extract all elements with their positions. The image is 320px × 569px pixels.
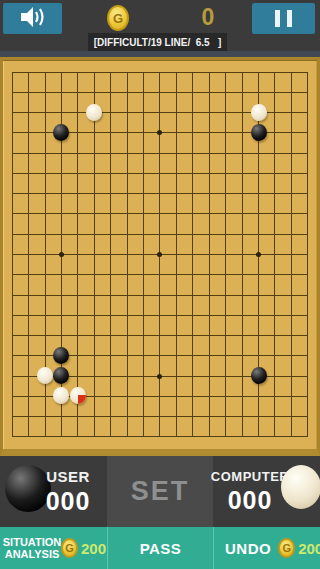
board-point-H5[interactable] (119, 346, 135, 366)
board-point-R12[interactable] (267, 204, 283, 224)
board-point-Q15[interactable] (250, 143, 266, 163)
board-point-E11[interactable] (70, 224, 86, 244)
board-point-Q7[interactable] (250, 305, 266, 325)
board-point-C13[interactable] (37, 184, 53, 204)
board-point-K19[interactable] (152, 62, 168, 82)
board-point-K1[interactable] (152, 427, 168, 447)
board-point-G18[interactable] (103, 82, 119, 102)
board-point-D3[interactable] (53, 386, 69, 406)
board-point-T7[interactable] (300, 305, 316, 325)
board-point-H7[interactable] (119, 305, 135, 325)
board-point-E6[interactable] (70, 325, 86, 345)
board-point-M8[interactable] (185, 285, 201, 305)
sound-button[interactable] (3, 3, 62, 34)
board-point-O6[interactable] (217, 325, 233, 345)
board-point-N15[interactable] (201, 143, 217, 163)
board-point-O11[interactable] (217, 224, 233, 244)
board-point-G13[interactable] (103, 184, 119, 204)
board-point-J12[interactable] (135, 204, 151, 224)
board-point-H8[interactable] (119, 285, 135, 305)
board-point-K5[interactable] (152, 346, 168, 366)
board-point-K3[interactable] (152, 386, 168, 406)
board-point-Q6[interactable] (250, 325, 266, 345)
board-point-A11[interactable] (4, 224, 20, 244)
board-point-H9[interactable] (119, 265, 135, 285)
board-point-E1[interactable] (70, 427, 86, 447)
board-point-L12[interactable] (168, 204, 184, 224)
board-point-G9[interactable] (103, 265, 119, 285)
board-point-S2[interactable] (283, 406, 299, 426)
board-point-M4[interactable] (185, 366, 201, 386)
board-point-L14[interactable] (168, 163, 184, 183)
board-point-K9[interactable] (152, 265, 168, 285)
board-point-N11[interactable] (201, 224, 217, 244)
board-point-D17[interactable] (53, 103, 69, 123)
board-point-E12[interactable] (70, 204, 86, 224)
board-point-A10[interactable] (4, 244, 20, 264)
set-button[interactable]: SET (107, 456, 213, 527)
board-point-E15[interactable] (70, 143, 86, 163)
board-point-F6[interactable] (86, 325, 102, 345)
board-point-J14[interactable] (135, 163, 151, 183)
board-point-L19[interactable] (168, 62, 184, 82)
board-point-T5[interactable] (300, 346, 316, 366)
board-point-F14[interactable] (86, 163, 102, 183)
board-point-N18[interactable] (201, 82, 217, 102)
board-point-M7[interactable] (185, 305, 201, 325)
board-point-B14[interactable] (20, 163, 36, 183)
board-point-Q11[interactable] (250, 224, 266, 244)
board-point-K4[interactable] (152, 366, 168, 386)
board-point-E9[interactable] (70, 265, 86, 285)
board-point-E7[interactable] (70, 305, 86, 325)
board-point-M19[interactable] (185, 62, 201, 82)
board-point-J8[interactable] (135, 285, 151, 305)
board-point-R7[interactable] (267, 305, 283, 325)
board-point-K7[interactable] (152, 305, 168, 325)
board-point-A9[interactable] (4, 265, 20, 285)
board-point-D6[interactable] (53, 325, 69, 345)
board-point-B6[interactable] (20, 325, 36, 345)
board-point-F1[interactable] (86, 427, 102, 447)
board-point-J16[interactable] (135, 123, 151, 143)
board-point-P2[interactable] (234, 406, 250, 426)
board-point-J19[interactable] (135, 62, 151, 82)
board-point-B13[interactable] (20, 184, 36, 204)
board-point-L10[interactable] (168, 244, 184, 264)
board-point-F11[interactable] (86, 224, 102, 244)
board-point-B10[interactable] (20, 244, 36, 264)
board-point-B7[interactable] (20, 305, 36, 325)
board-point-C7[interactable] (37, 305, 53, 325)
board-point-A6[interactable] (4, 325, 20, 345)
board-point-H4[interactable] (119, 366, 135, 386)
board-point-M17[interactable] (185, 103, 201, 123)
board-point-B8[interactable] (20, 285, 36, 305)
board-point-E16[interactable] (70, 123, 86, 143)
board-point-F7[interactable] (86, 305, 102, 325)
board-point-R8[interactable] (267, 285, 283, 305)
board-point-S12[interactable] (283, 204, 299, 224)
board-point-A18[interactable] (4, 82, 20, 102)
board-point-F5[interactable] (86, 346, 102, 366)
board-point-F19[interactable] (86, 62, 102, 82)
board-point-Q9[interactable] (250, 265, 266, 285)
board-point-L16[interactable] (168, 123, 184, 143)
board-point-B2[interactable] (20, 406, 36, 426)
board-point-A14[interactable] (4, 163, 20, 183)
board-point-N6[interactable] (201, 325, 217, 345)
board-point-H12[interactable] (119, 204, 135, 224)
board-point-H19[interactable] (119, 62, 135, 82)
board-point-G6[interactable] (103, 325, 119, 345)
board-point-P9[interactable] (234, 265, 250, 285)
board-point-C3[interactable] (37, 386, 53, 406)
board-point-O5[interactable] (217, 346, 233, 366)
board-point-P10[interactable] (234, 244, 250, 264)
board-point-S14[interactable] (283, 163, 299, 183)
board-point-P7[interactable] (234, 305, 250, 325)
board-point-N17[interactable] (201, 103, 217, 123)
board-point-G12[interactable] (103, 204, 119, 224)
board-point-Q4[interactable] (250, 366, 266, 386)
board-point-T2[interactable] (300, 406, 316, 426)
board-point-D1[interactable] (53, 427, 69, 447)
board-point-M16[interactable] (185, 123, 201, 143)
board-point-T15[interactable] (300, 143, 316, 163)
board-point-M12[interactable] (185, 204, 201, 224)
board-point-S18[interactable] (283, 82, 299, 102)
board-point-D14[interactable] (53, 163, 69, 183)
board-point-M10[interactable] (185, 244, 201, 264)
board-point-J3[interactable] (135, 386, 151, 406)
board-point-L2[interactable] (168, 406, 184, 426)
board-point-F8[interactable] (86, 285, 102, 305)
board-point-O3[interactable] (217, 386, 233, 406)
board-point-D12[interactable] (53, 204, 69, 224)
board-point-B17[interactable] (20, 103, 36, 123)
board-point-M3[interactable] (185, 386, 201, 406)
board-point-R5[interactable] (267, 346, 283, 366)
board-point-T9[interactable] (300, 265, 316, 285)
board-point-M6[interactable] (185, 325, 201, 345)
board-point-Q1[interactable] (250, 427, 266, 447)
board-point-L6[interactable] (168, 325, 184, 345)
board-point-P16[interactable] (234, 123, 250, 143)
board-point-M13[interactable] (185, 184, 201, 204)
board-point-F12[interactable] (86, 204, 102, 224)
board-point-A19[interactable] (4, 62, 20, 82)
board-point-O16[interactable] (217, 123, 233, 143)
board-point-F3[interactable] (86, 386, 102, 406)
board-point-P4[interactable] (234, 366, 250, 386)
board-point-E2[interactable] (70, 406, 86, 426)
board-point-L7[interactable] (168, 305, 184, 325)
board-point-T10[interactable] (300, 244, 316, 264)
board-point-K8[interactable] (152, 285, 168, 305)
board-point-C6[interactable] (37, 325, 53, 345)
board-point-S13[interactable] (283, 184, 299, 204)
pause-button[interactable] (252, 3, 315, 34)
board-point-J11[interactable] (135, 224, 151, 244)
board-point-S1[interactable] (283, 427, 299, 447)
board-point-M1[interactable] (185, 427, 201, 447)
board-point-E8[interactable] (70, 285, 86, 305)
board-point-B12[interactable] (20, 204, 36, 224)
board-point-H15[interactable] (119, 143, 135, 163)
board-point-A17[interactable] (4, 103, 20, 123)
board-point-D18[interactable] (53, 82, 69, 102)
board-point-C8[interactable] (37, 285, 53, 305)
board-point-F4[interactable] (86, 366, 102, 386)
board-point-T18[interactable] (300, 82, 316, 102)
goban-grid[interactable] (4, 62, 316, 447)
board-point-A4[interactable] (4, 366, 20, 386)
board-point-A2[interactable] (4, 406, 20, 426)
board-point-F16[interactable] (86, 123, 102, 143)
board-point-H3[interactable] (119, 386, 135, 406)
board-point-E3[interactable] (70, 386, 86, 406)
board-point-G15[interactable] (103, 143, 119, 163)
board-point-M14[interactable] (185, 163, 201, 183)
board-point-J4[interactable] (135, 366, 151, 386)
board-point-T11[interactable] (300, 224, 316, 244)
board-point-P1[interactable] (234, 427, 250, 447)
board-point-L8[interactable] (168, 285, 184, 305)
board-point-J7[interactable] (135, 305, 151, 325)
board-point-H6[interactable] (119, 325, 135, 345)
board-point-L5[interactable] (168, 346, 184, 366)
board-point-M18[interactable] (185, 82, 201, 102)
situation-analysis-button[interactable]: SITUATION ANALYSIS G 200 (0, 527, 107, 569)
board-point-B15[interactable] (20, 143, 36, 163)
board-point-A5[interactable] (4, 346, 20, 366)
board-point-F15[interactable] (86, 143, 102, 163)
board-point-G4[interactable] (103, 366, 119, 386)
board-point-N7[interactable] (201, 305, 217, 325)
board-point-Q13[interactable] (250, 184, 266, 204)
board-point-O4[interactable] (217, 366, 233, 386)
board-point-G7[interactable] (103, 305, 119, 325)
board-point-K11[interactable] (152, 224, 168, 244)
board-point-O8[interactable] (217, 285, 233, 305)
board-point-A3[interactable] (4, 386, 20, 406)
board-point-S5[interactable] (283, 346, 299, 366)
board-point-D19[interactable] (53, 62, 69, 82)
board-point-D8[interactable] (53, 285, 69, 305)
board-point-F13[interactable] (86, 184, 102, 204)
board-point-C10[interactable] (37, 244, 53, 264)
board-point-O2[interactable] (217, 406, 233, 426)
board-point-Q5[interactable] (250, 346, 266, 366)
board-point-N14[interactable] (201, 163, 217, 183)
board-point-Q18[interactable] (250, 82, 266, 102)
board-point-T4[interactable] (300, 366, 316, 386)
board-point-N2[interactable] (201, 406, 217, 426)
board-point-M5[interactable] (185, 346, 201, 366)
board-point-S9[interactable] (283, 265, 299, 285)
board-point-Q3[interactable] (250, 386, 266, 406)
board-point-Q12[interactable] (250, 204, 266, 224)
board-point-E5[interactable] (70, 346, 86, 366)
board-point-L15[interactable] (168, 143, 184, 163)
board-point-E4[interactable] (70, 366, 86, 386)
board-point-O14[interactable] (217, 163, 233, 183)
board-point-N1[interactable] (201, 427, 217, 447)
board-point-G14[interactable] (103, 163, 119, 183)
board-point-E17[interactable] (70, 103, 86, 123)
board-point-E14[interactable] (70, 163, 86, 183)
board-point-F18[interactable] (86, 82, 102, 102)
board-point-J9[interactable] (135, 265, 151, 285)
board-point-P15[interactable] (234, 143, 250, 163)
board-point-C16[interactable] (37, 123, 53, 143)
board-point-N13[interactable] (201, 184, 217, 204)
board-point-J5[interactable] (135, 346, 151, 366)
board-point-Q16[interactable] (250, 123, 266, 143)
undo-button[interactable]: UNDO G 200 (213, 527, 320, 569)
board-point-S15[interactable] (283, 143, 299, 163)
board-point-N3[interactable] (201, 386, 217, 406)
board-point-Q17[interactable] (250, 103, 266, 123)
board-point-D9[interactable] (53, 265, 69, 285)
board-point-S8[interactable] (283, 285, 299, 305)
board-point-H11[interactable] (119, 224, 135, 244)
board-point-Q8[interactable] (250, 285, 266, 305)
board-point-Q2[interactable] (250, 406, 266, 426)
board-point-S17[interactable] (283, 103, 299, 123)
board-point-N5[interactable] (201, 346, 217, 366)
board-point-S3[interactable] (283, 386, 299, 406)
board-point-K2[interactable] (152, 406, 168, 426)
board-point-J6[interactable] (135, 325, 151, 345)
board-point-P6[interactable] (234, 325, 250, 345)
board-point-R1[interactable] (267, 427, 283, 447)
board-point-P17[interactable] (234, 103, 250, 123)
board-point-B16[interactable] (20, 123, 36, 143)
board-point-B5[interactable] (20, 346, 36, 366)
board-point-J1[interactable] (135, 427, 151, 447)
board-point-E13[interactable] (70, 184, 86, 204)
pass-button[interactable]: PASS (107, 527, 213, 569)
board-point-C17[interactable] (37, 103, 53, 123)
board-point-B4[interactable] (20, 366, 36, 386)
board-point-C11[interactable] (37, 224, 53, 244)
board-point-O1[interactable] (217, 427, 233, 447)
board-point-A8[interactable] (4, 285, 20, 305)
board-point-G10[interactable] (103, 244, 119, 264)
board-point-D2[interactable] (53, 406, 69, 426)
board-point-O10[interactable] (217, 244, 233, 264)
board-point-F9[interactable] (86, 265, 102, 285)
board-point-R3[interactable] (267, 386, 283, 406)
board-point-R14[interactable] (267, 163, 283, 183)
board-point-S10[interactable] (283, 244, 299, 264)
board-point-G3[interactable] (103, 386, 119, 406)
board-point-H13[interactable] (119, 184, 135, 204)
board-point-M9[interactable] (185, 265, 201, 285)
board-point-G19[interactable] (103, 62, 119, 82)
board-point-N10[interactable] (201, 244, 217, 264)
board-point-P14[interactable] (234, 163, 250, 183)
board-point-N8[interactable] (201, 285, 217, 305)
board-point-Q10[interactable] (250, 244, 266, 264)
board-point-P12[interactable] (234, 204, 250, 224)
board-point-O19[interactable] (217, 62, 233, 82)
board-point-S19[interactable] (283, 62, 299, 82)
board-point-D13[interactable] (53, 184, 69, 204)
board-point-L13[interactable] (168, 184, 184, 204)
board-point-R16[interactable] (267, 123, 283, 143)
board-point-A15[interactable] (4, 143, 20, 163)
board-point-P3[interactable] (234, 386, 250, 406)
board-point-T17[interactable] (300, 103, 316, 123)
board-point-E18[interactable] (70, 82, 86, 102)
board-point-K6[interactable] (152, 325, 168, 345)
board-point-H14[interactable] (119, 163, 135, 183)
board-point-B18[interactable] (20, 82, 36, 102)
board-point-O15[interactable] (217, 143, 233, 163)
board-point-K18[interactable] (152, 82, 168, 102)
board-point-M15[interactable] (185, 143, 201, 163)
board-point-D5[interactable] (53, 346, 69, 366)
board-point-A1[interactable] (4, 427, 20, 447)
board-point-C15[interactable] (37, 143, 53, 163)
board-point-M11[interactable] (185, 224, 201, 244)
board-point-L1[interactable] (168, 427, 184, 447)
board-point-C14[interactable] (37, 163, 53, 183)
board-point-O12[interactable] (217, 204, 233, 224)
board-point-R2[interactable] (267, 406, 283, 426)
board-point-D10[interactable] (53, 244, 69, 264)
board-point-S6[interactable] (283, 325, 299, 345)
board-point-T6[interactable] (300, 325, 316, 345)
board-point-T3[interactable] (300, 386, 316, 406)
board-point-L11[interactable] (168, 224, 184, 244)
board-point-C4[interactable] (37, 366, 53, 386)
board-point-A16[interactable] (4, 123, 20, 143)
board-point-P18[interactable] (234, 82, 250, 102)
board-point-O7[interactable] (217, 305, 233, 325)
board-point-K12[interactable] (152, 204, 168, 224)
board-point-R4[interactable] (267, 366, 283, 386)
board-point-G5[interactable] (103, 346, 119, 366)
board-point-O13[interactable] (217, 184, 233, 204)
board-point-R9[interactable] (267, 265, 283, 285)
board-point-T1[interactable] (300, 427, 316, 447)
board-point-P8[interactable] (234, 285, 250, 305)
board-point-G2[interactable] (103, 406, 119, 426)
board-point-D15[interactable] (53, 143, 69, 163)
board-point-C12[interactable] (37, 204, 53, 224)
board-point-D16[interactable] (53, 123, 69, 143)
board-point-B19[interactable] (20, 62, 36, 82)
board-point-S4[interactable] (283, 366, 299, 386)
board-point-S16[interactable] (283, 123, 299, 143)
board-point-P11[interactable] (234, 224, 250, 244)
board-point-N9[interactable] (201, 265, 217, 285)
board-point-D4[interactable] (53, 366, 69, 386)
board-point-Q19[interactable] (250, 62, 266, 82)
board-point-K13[interactable] (152, 184, 168, 204)
board-point-J18[interactable] (135, 82, 151, 102)
board-point-E10[interactable] (70, 244, 86, 264)
board-point-H2[interactable] (119, 406, 135, 426)
board-point-L3[interactable] (168, 386, 184, 406)
board-point-G17[interactable] (103, 103, 119, 123)
board-point-O18[interactable] (217, 82, 233, 102)
board-point-R17[interactable] (267, 103, 283, 123)
